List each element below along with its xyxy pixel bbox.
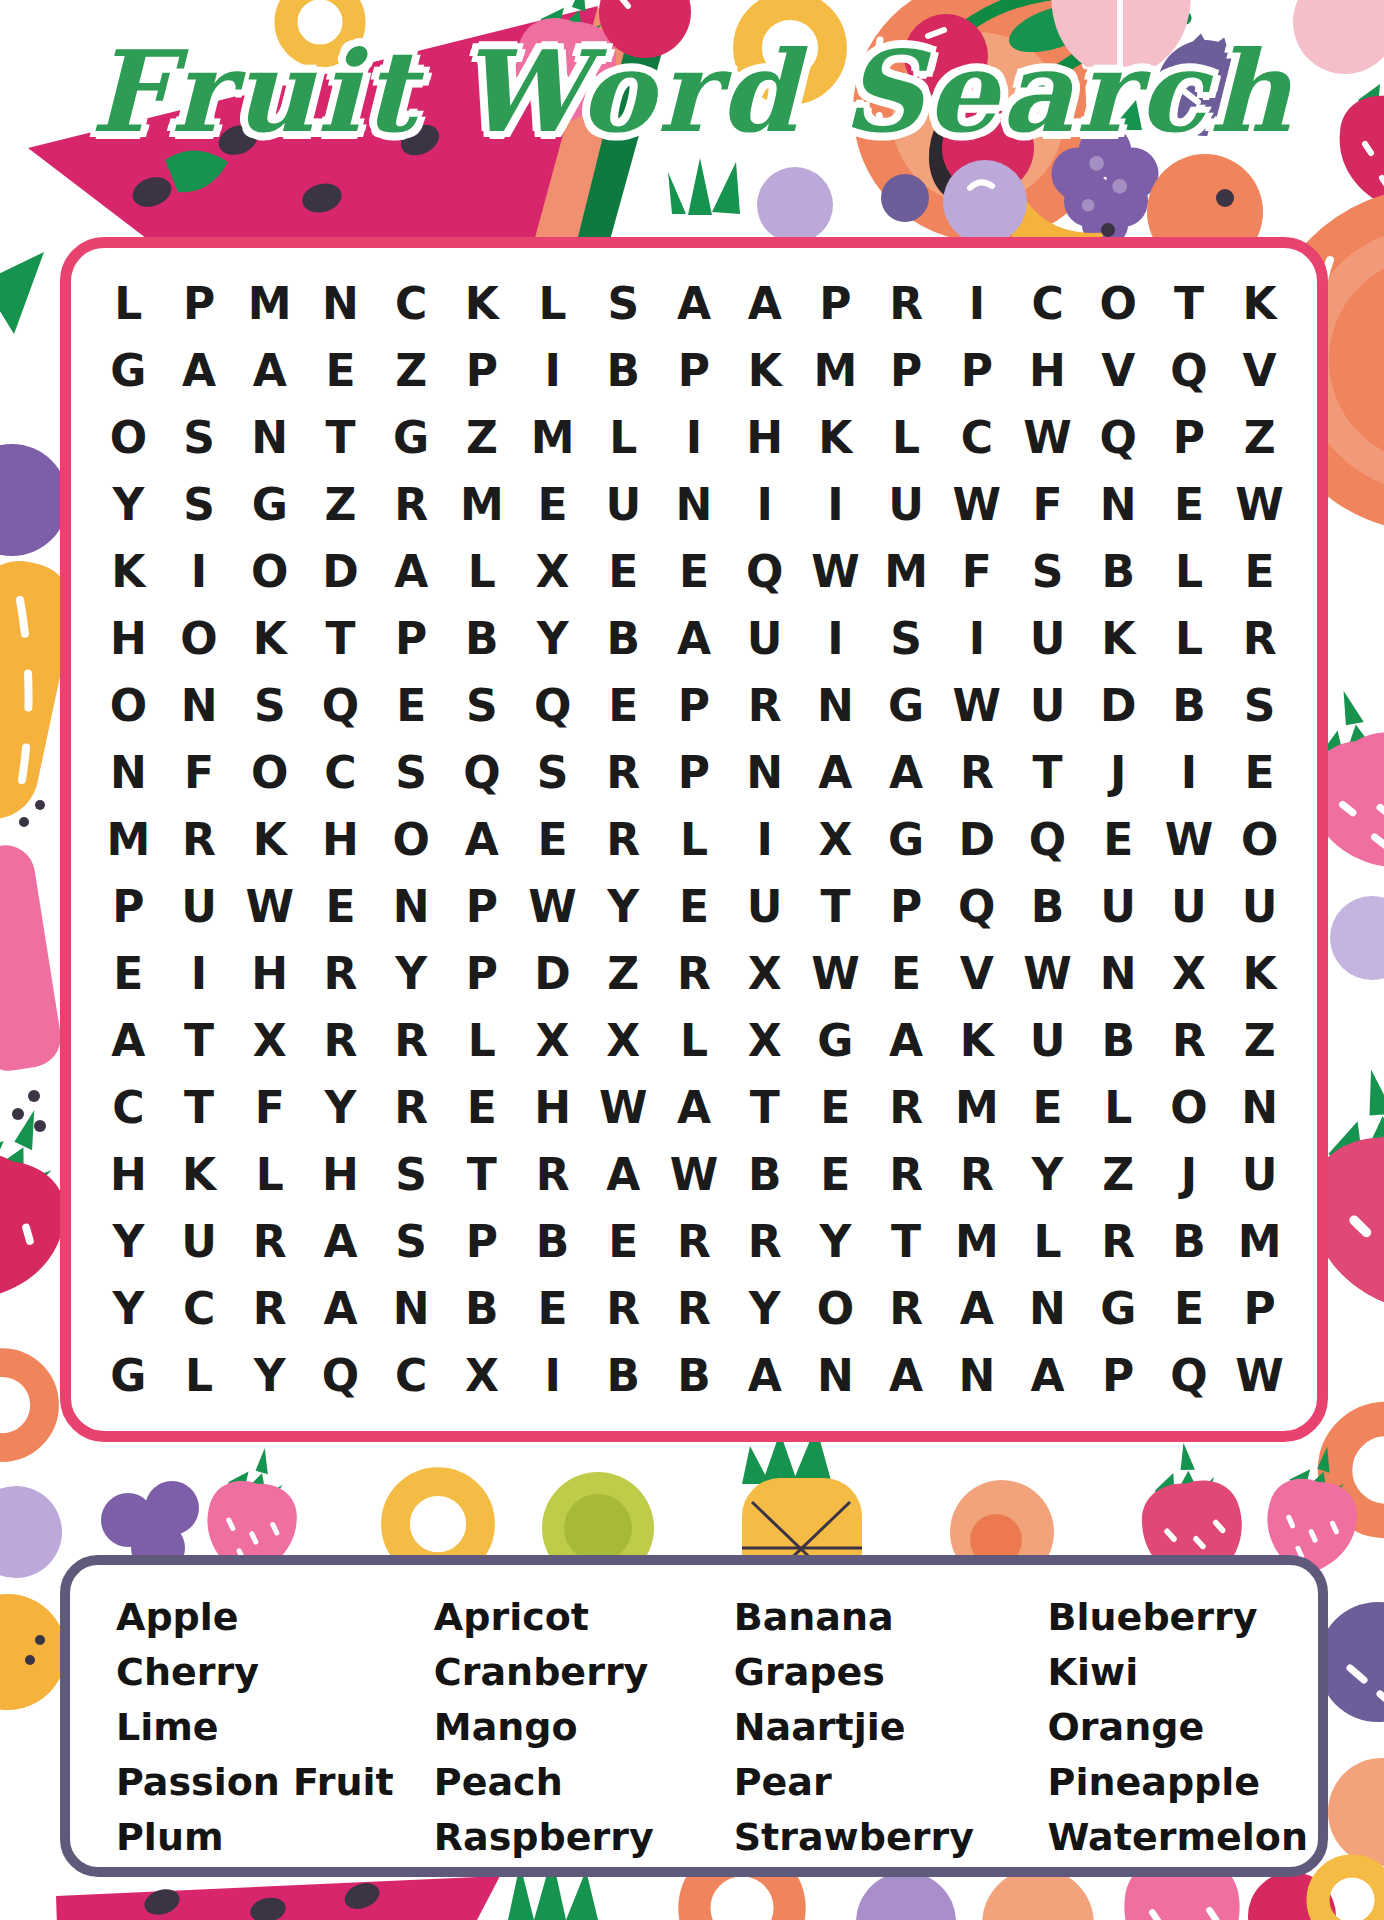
word-item[interactable]: Apple	[116, 1589, 434, 1644]
grid-cell[interactable]: P	[659, 672, 730, 739]
grid-cell[interactable]: E	[588, 672, 659, 739]
grid-cell[interactable]: R	[305, 1007, 376, 1074]
word-item[interactable]: Strawberry	[734, 1809, 1048, 1864]
grid-cell[interactable]: T	[305, 404, 376, 471]
grid-cell[interactable]: G	[93, 1342, 164, 1409]
grid-cell[interactable]: Q	[729, 538, 800, 605]
grid-cell[interactable]: Y	[234, 1342, 305, 1409]
grid-cell[interactable]: W	[941, 672, 1012, 739]
word-item[interactable]: Mango	[434, 1699, 734, 1754]
grid-cell[interactable]: E	[1224, 739, 1295, 806]
grid-cell[interactable]: N	[941, 1342, 1012, 1409]
grid-cell[interactable]: U	[588, 471, 659, 538]
grid-cell[interactable]: M	[93, 806, 164, 873]
grid-cell[interactable]: R	[376, 1074, 447, 1141]
grid-cell[interactable]: P	[93, 873, 164, 940]
grid-cell[interactable]: O	[1154, 1074, 1225, 1141]
grid-cell[interactable]: P	[1154, 404, 1225, 471]
grid-cell[interactable]: B	[447, 1275, 518, 1342]
grid-cell[interactable]: Y	[517, 605, 588, 672]
grid-cell[interactable]: R	[588, 739, 659, 806]
grid-cell[interactable]: G	[1083, 1275, 1154, 1342]
grid-cell[interactable]: U	[871, 471, 942, 538]
grid-cell[interactable]: H	[729, 404, 800, 471]
grid-cell[interactable]: G	[871, 672, 942, 739]
grid-cell[interactable]: L	[659, 806, 730, 873]
grid-cell[interactable]: A	[941, 1275, 1012, 1342]
grid-cell[interactable]: N	[93, 739, 164, 806]
grid-cell[interactable]: I	[164, 538, 235, 605]
grid-cell[interactable]: R	[234, 1275, 305, 1342]
grid-cell[interactable]: S	[376, 1141, 447, 1208]
grid-cell[interactable]: I	[800, 605, 871, 672]
grid-cell[interactable]: T	[871, 1208, 942, 1275]
grid-cell[interactable]: E	[376, 672, 447, 739]
grid-cell[interactable]: B	[1154, 1208, 1225, 1275]
grid-cell[interactable]: S	[164, 404, 235, 471]
grid-cell[interactable]: N	[376, 1275, 447, 1342]
grid-cell[interactable]: X	[588, 1007, 659, 1074]
word-item[interactable]: Watermelon	[1048, 1809, 1308, 1864]
grid-cell[interactable]: C	[376, 1342, 447, 1409]
grid-cell[interactable]: Y	[729, 1275, 800, 1342]
grid-cell[interactable]: M	[234, 270, 305, 337]
grid-cell[interactable]: W	[234, 873, 305, 940]
grid-cell[interactable]: L	[1154, 605, 1225, 672]
grid-cell[interactable]: R	[941, 1141, 1012, 1208]
grid-cell[interactable]: Y	[305, 1074, 376, 1141]
grid-cell[interactable]: Z	[1224, 1007, 1295, 1074]
grid-cell[interactable]: P	[164, 270, 235, 337]
grid-cell[interactable]: A	[93, 1007, 164, 1074]
grid-cell[interactable]: S	[1224, 672, 1295, 739]
grid-cell[interactable]: R	[1083, 1208, 1154, 1275]
grid-cell[interactable]: B	[447, 605, 518, 672]
grid-cell[interactable]: N	[659, 471, 730, 538]
grid-cell[interactable]: A	[871, 1007, 942, 1074]
grid-cell[interactable]: W	[1154, 806, 1225, 873]
grid-cell[interactable]: E	[1083, 806, 1154, 873]
word-item[interactable]: Orange	[1048, 1699, 1308, 1754]
grid-cell[interactable]: B	[1012, 873, 1083, 940]
grid-cell[interactable]: Z	[1224, 404, 1295, 471]
grid-cell[interactable]: P	[447, 940, 518, 1007]
grid-cell[interactable]: Z	[1083, 1141, 1154, 1208]
grid-cell[interactable]: E	[800, 1074, 871, 1141]
grid-cell[interactable]: Q	[517, 672, 588, 739]
grid-cell[interactable]: W	[588, 1074, 659, 1141]
grid-cell[interactable]: U	[1154, 873, 1225, 940]
grid-cell[interactable]: E	[1154, 1275, 1225, 1342]
grid-cell[interactable]: M	[447, 471, 518, 538]
grid-cell[interactable]: S	[447, 672, 518, 739]
grid-cell[interactable]: Q	[1154, 1342, 1225, 1409]
grid-cell[interactable]: K	[234, 605, 305, 672]
grid-cell[interactable]: A	[659, 1074, 730, 1141]
grid-cell[interactable]: S	[517, 739, 588, 806]
grid-cell[interactable]: N	[305, 270, 376, 337]
grid-cell[interactable]: E	[1224, 538, 1295, 605]
grid-cell[interactable]: E	[305, 873, 376, 940]
grid-cell[interactable]: Z	[376, 337, 447, 404]
grid-cell[interactable]: K	[800, 404, 871, 471]
grid-cell[interactable]: I	[517, 1342, 588, 1409]
grid-cell[interactable]: E	[517, 471, 588, 538]
grid-cell[interactable]: Y	[93, 471, 164, 538]
grid-cell[interactable]: B	[659, 1342, 730, 1409]
grid-cell[interactable]: C	[941, 404, 1012, 471]
grid-cell[interactable]: P	[941, 337, 1012, 404]
grid-cell[interactable]: E	[517, 806, 588, 873]
grid-cell[interactable]: D	[305, 538, 376, 605]
grid-cell[interactable]: K	[234, 806, 305, 873]
grid-cell[interactable]: U	[729, 873, 800, 940]
grid-cell[interactable]: P	[447, 873, 518, 940]
grid-cell[interactable]: B	[588, 337, 659, 404]
grid-cell[interactable]: I	[1154, 739, 1225, 806]
grid-cell[interactable]: A	[376, 538, 447, 605]
grid-cell[interactable]: A	[659, 270, 730, 337]
grid-cell[interactable]: V	[1083, 337, 1154, 404]
grid-cell[interactable]: O	[800, 1275, 871, 1342]
grid-cell[interactable]: J	[1154, 1141, 1225, 1208]
grid-cell[interactable]: P	[1083, 1342, 1154, 1409]
grid-cell[interactable]: Y	[93, 1208, 164, 1275]
grid-cell[interactable]: X	[729, 1007, 800, 1074]
grid-cell[interactable]: S	[588, 270, 659, 337]
grid-cell[interactable]: E	[517, 1275, 588, 1342]
grid-cell[interactable]: J	[1083, 739, 1154, 806]
grid-cell[interactable]: Y	[800, 1208, 871, 1275]
grid-cell[interactable]: S	[164, 471, 235, 538]
grid-cell[interactable]: P	[871, 337, 942, 404]
word-item[interactable]: Plum	[116, 1809, 434, 1864]
grid-cell[interactable]: Y	[588, 873, 659, 940]
grid-cell[interactable]: S	[376, 739, 447, 806]
grid-cell[interactable]: N	[1083, 471, 1154, 538]
grid-cell[interactable]: D	[1083, 672, 1154, 739]
grid-cell[interactable]: L	[871, 404, 942, 471]
grid-cell[interactable]: E	[93, 940, 164, 1007]
grid-cell[interactable]: X	[234, 1007, 305, 1074]
grid-cell[interactable]: Z	[305, 471, 376, 538]
word-item[interactable]: Pear	[734, 1754, 1048, 1809]
grid-cell[interactable]: Q	[1012, 806, 1083, 873]
grid-cell[interactable]: N	[729, 739, 800, 806]
grid-cell[interactable]: E	[871, 940, 942, 1007]
grid-cell[interactable]: S	[234, 672, 305, 739]
grid-cell[interactable]: L	[1154, 538, 1225, 605]
grid-cell[interactable]: P	[447, 1208, 518, 1275]
grid-cell[interactable]: K	[1083, 605, 1154, 672]
grid-cell[interactable]: R	[305, 940, 376, 1007]
grid-cell[interactable]: N	[234, 404, 305, 471]
grid-cell[interactable]: H	[1012, 337, 1083, 404]
grid-cell[interactable]: F	[1012, 471, 1083, 538]
grid-cell[interactable]: W	[800, 538, 871, 605]
grid-cell[interactable]: S	[1012, 538, 1083, 605]
grid-cell[interactable]: C	[376, 270, 447, 337]
grid-cell[interactable]: W	[1012, 404, 1083, 471]
grid-cell[interactable]: X	[517, 538, 588, 605]
grid-cell[interactable]: E	[800, 1141, 871, 1208]
grid-cell[interactable]: R	[164, 806, 235, 873]
grid-cell[interactable]: Y	[93, 1275, 164, 1342]
grid-cell[interactable]: L	[588, 404, 659, 471]
grid-cell[interactable]: O	[93, 404, 164, 471]
grid-cell[interactable]: P	[659, 337, 730, 404]
grid-cell[interactable]: N	[800, 672, 871, 739]
grid-cell[interactable]: I	[659, 404, 730, 471]
grid-cell[interactable]: N	[800, 1342, 871, 1409]
grid-cell[interactable]: W	[800, 940, 871, 1007]
grid-cell[interactable]: K	[93, 538, 164, 605]
grid-cell[interactable]: A	[447, 806, 518, 873]
grid-cell[interactable]: Y	[376, 940, 447, 1007]
grid-cell[interactable]: U	[1083, 873, 1154, 940]
grid-cell[interactable]: R	[871, 1275, 942, 1342]
grid-cell[interactable]: Q	[1154, 337, 1225, 404]
word-item[interactable]: Cranberry	[434, 1644, 734, 1699]
grid-cell[interactable]: K	[164, 1141, 235, 1208]
grid-cell[interactable]: I	[729, 471, 800, 538]
grid-cell[interactable]: I	[941, 605, 1012, 672]
grid-cell[interactable]: H	[93, 605, 164, 672]
grid-cell[interactable]: V	[1224, 337, 1295, 404]
grid-cell[interactable]: K	[941, 1007, 1012, 1074]
grid-cell[interactable]: U	[164, 1208, 235, 1275]
grid-cell[interactable]: Z	[588, 940, 659, 1007]
grid-cell[interactable]: E	[588, 538, 659, 605]
grid-cell[interactable]: O	[1224, 806, 1295, 873]
word-item[interactable]: Cherry	[116, 1644, 434, 1699]
grid-cell[interactable]: R	[729, 672, 800, 739]
grid-cell[interactable]: R	[1224, 605, 1295, 672]
grid-cell[interactable]: R	[588, 1275, 659, 1342]
grid-cell[interactable]: R	[376, 471, 447, 538]
grid-cell[interactable]: L	[447, 538, 518, 605]
grid-cell[interactable]: W	[1012, 940, 1083, 1007]
grid-cell[interactable]: V	[941, 940, 1012, 1007]
grid-cell[interactable]: N	[1083, 940, 1154, 1007]
grid-cell[interactable]: R	[517, 1141, 588, 1208]
grid-cell[interactable]: R	[376, 1007, 447, 1074]
grid-cell[interactable]: U	[164, 873, 235, 940]
grid-cell[interactable]: C	[1012, 270, 1083, 337]
grid-cell[interactable]: T	[164, 1074, 235, 1141]
grid-cell[interactable]: I	[800, 471, 871, 538]
grid-cell[interactable]: A	[800, 739, 871, 806]
grid-cell[interactable]: P	[447, 337, 518, 404]
grid-cell[interactable]: B	[1083, 1007, 1154, 1074]
grid-cell[interactable]: M	[517, 404, 588, 471]
grid-cell[interactable]: B	[588, 1342, 659, 1409]
grid-cell[interactable]: T	[305, 605, 376, 672]
grid-cell[interactable]: X	[1154, 940, 1225, 1007]
grid-cell[interactable]: B	[1154, 672, 1225, 739]
grid-cell[interactable]: E	[1012, 1074, 1083, 1141]
grid-cell[interactable]: P	[1224, 1275, 1295, 1342]
grid-cell[interactable]: Z	[447, 404, 518, 471]
grid-cell[interactable]: H	[305, 806, 376, 873]
grid-cell[interactable]: I	[941, 270, 1012, 337]
grid-cell[interactable]: O	[1083, 270, 1154, 337]
grid-cell[interactable]: O	[234, 739, 305, 806]
grid-cell[interactable]: R	[871, 270, 942, 337]
grid-cell[interactable]: U	[1012, 605, 1083, 672]
grid-cell[interactable]: T	[729, 1074, 800, 1141]
grid-cell[interactable]: L	[1083, 1074, 1154, 1141]
grid-cell[interactable]: R	[941, 739, 1012, 806]
grid-cell[interactable]: O	[93, 672, 164, 739]
grid-cell[interactable]: T	[164, 1007, 235, 1074]
grid-cell[interactable]: C	[164, 1275, 235, 1342]
word-item[interactable]: Passion Fruit	[116, 1754, 434, 1809]
grid-cell[interactable]: W	[517, 873, 588, 940]
grid-cell[interactable]: F	[941, 538, 1012, 605]
grid-cell[interactable]: P	[376, 605, 447, 672]
grid-cell[interactable]: X	[447, 1342, 518, 1409]
grid-cell[interactable]: H	[234, 940, 305, 1007]
word-item[interactable]: Raspberry	[434, 1809, 734, 1864]
word-item[interactable]: Apricot	[434, 1589, 734, 1644]
grid-cell[interactable]: D	[941, 806, 1012, 873]
grid-cell[interactable]: E	[588, 1208, 659, 1275]
grid-cell[interactable]: G	[234, 471, 305, 538]
word-item[interactable]: Blueberry	[1048, 1589, 1308, 1644]
grid-cell[interactable]: M	[800, 337, 871, 404]
grid-cell[interactable]: T	[1012, 739, 1083, 806]
grid-cell[interactable]: N	[164, 672, 235, 739]
grid-cell[interactable]: A	[659, 605, 730, 672]
grid-cell[interactable]: Q	[1083, 404, 1154, 471]
grid-cell[interactable]: E	[447, 1074, 518, 1141]
word-item[interactable]: Lime	[116, 1699, 434, 1754]
grid-cell[interactable]: F	[234, 1074, 305, 1141]
grid-cell[interactable]: K	[729, 337, 800, 404]
grid-cell[interactable]: Q	[447, 739, 518, 806]
grid-cell[interactable]: F	[164, 739, 235, 806]
grid-cell[interactable]: R	[871, 1074, 942, 1141]
grid-cell[interactable]: A	[234, 337, 305, 404]
grid-cell[interactable]: T	[1154, 270, 1225, 337]
grid-cell[interactable]: M	[871, 538, 942, 605]
grid-cell[interactable]: W	[659, 1141, 730, 1208]
grid-cell[interactable]: H	[93, 1141, 164, 1208]
grid-cell[interactable]: P	[659, 739, 730, 806]
grid-cell[interactable]: C	[305, 739, 376, 806]
word-item[interactable]: Kiwi	[1048, 1644, 1308, 1699]
grid-cell[interactable]: L	[659, 1007, 730, 1074]
grid-cell[interactable]: A	[871, 739, 942, 806]
grid-cell[interactable]: M	[1224, 1208, 1295, 1275]
grid-cell[interactable]: M	[941, 1074, 1012, 1141]
grid-cell[interactable]: H	[305, 1141, 376, 1208]
grid-cell[interactable]: U	[729, 605, 800, 672]
grid-cell[interactable]: U	[1012, 1007, 1083, 1074]
grid-cell[interactable]: A	[305, 1208, 376, 1275]
grid-cell[interactable]: S	[376, 1208, 447, 1275]
grid-cell[interactable]: Q	[305, 1342, 376, 1409]
grid-cell[interactable]: P	[871, 873, 942, 940]
grid-cell[interactable]: W	[1224, 471, 1295, 538]
grid-cell[interactable]: R	[234, 1208, 305, 1275]
grid-cell[interactable]: U	[1224, 1141, 1295, 1208]
grid-cell[interactable]: R	[659, 1208, 730, 1275]
grid-cell[interactable]: R	[871, 1141, 942, 1208]
grid-cell[interactable]: B	[1083, 538, 1154, 605]
grid-cell[interactable]: L	[1012, 1208, 1083, 1275]
grid-cell[interactable]: O	[164, 605, 235, 672]
grid-cell[interactable]: X	[800, 806, 871, 873]
word-item[interactable]: Grapes	[734, 1644, 1048, 1699]
grid-cell[interactable]: X	[729, 940, 800, 1007]
word-item[interactable]: Pineapple	[1048, 1754, 1308, 1809]
grid-cell[interactable]: E	[659, 873, 730, 940]
grid-cell[interactable]: D	[517, 940, 588, 1007]
grid-cell[interactable]: R	[1154, 1007, 1225, 1074]
grid-cell[interactable]: C	[93, 1074, 164, 1141]
grid-cell[interactable]: A	[305, 1275, 376, 1342]
grid-cell[interactable]: K	[1224, 270, 1295, 337]
word-item[interactable]: Peach	[434, 1754, 734, 1809]
grid-cell[interactable]: U	[1012, 672, 1083, 739]
grid-cell[interactable]: P	[800, 270, 871, 337]
grid-cell[interactable]: A	[1012, 1342, 1083, 1409]
grid-cell[interactable]: B	[517, 1208, 588, 1275]
grid-cell[interactable]: N	[1012, 1275, 1083, 1342]
grid-cell[interactable]: I	[517, 337, 588, 404]
grid-cell[interactable]: L	[517, 270, 588, 337]
grid-cell[interactable]: L	[447, 1007, 518, 1074]
grid-cell[interactable]: B	[729, 1141, 800, 1208]
grid-cell[interactable]: R	[659, 1275, 730, 1342]
grid-cell[interactable]: L	[93, 270, 164, 337]
word-item[interactable]: Banana	[734, 1589, 1048, 1644]
grid-cell[interactable]: Q	[305, 672, 376, 739]
grid-cell[interactable]: N	[376, 873, 447, 940]
grid-cell[interactable]: G	[93, 337, 164, 404]
grid-cell[interactable]: I	[729, 806, 800, 873]
grid-cell[interactable]: H	[517, 1074, 588, 1141]
grid-cell[interactable]: O	[376, 806, 447, 873]
grid-cell[interactable]: G	[871, 806, 942, 873]
grid-cell[interactable]: R	[659, 940, 730, 1007]
grid-cell[interactable]: A	[164, 337, 235, 404]
grid-cell[interactable]: A	[729, 1342, 800, 1409]
grid-cell[interactable]: M	[941, 1208, 1012, 1275]
grid-cell[interactable]: W	[941, 471, 1012, 538]
grid-cell[interactable]: Y	[1012, 1141, 1083, 1208]
grid-cell[interactable]: A	[871, 1342, 942, 1409]
grid-cell[interactable]: A	[588, 1141, 659, 1208]
grid-cell[interactable]: B	[588, 605, 659, 672]
grid-cell[interactable]: E	[305, 337, 376, 404]
grid-cell[interactable]: K	[447, 270, 518, 337]
grid-cell[interactable]: T	[800, 873, 871, 940]
grid-cell[interactable]: E	[659, 538, 730, 605]
grid-cell[interactable]: S	[871, 605, 942, 672]
grid-cell[interactable]: I	[164, 940, 235, 1007]
grid-cell[interactable]: W	[1224, 1342, 1295, 1409]
grid-cell[interactable]: Q	[941, 873, 1012, 940]
grid-cell[interactable]: K	[1224, 940, 1295, 1007]
grid-cell[interactable]: O	[234, 538, 305, 605]
word-item[interactable]: Naartjie	[734, 1699, 1048, 1754]
grid-cell[interactable]: U	[1224, 873, 1295, 940]
grid-cell[interactable]: T	[447, 1141, 518, 1208]
grid-cell[interactable]: E	[1154, 471, 1225, 538]
